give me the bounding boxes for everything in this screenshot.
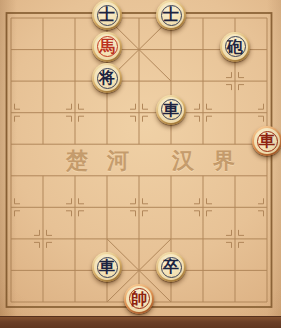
black-advisor-1-face: 士 — [94, 2, 120, 28]
piece-red-general[interactable]: 帥 — [124, 284, 154, 314]
black-soldier-face: 卒 — [158, 254, 184, 280]
red-general-glyph: 帥 — [131, 291, 147, 307]
red-horse-glyph: 馬 — [99, 39, 115, 55]
black-chariot-1-glyph: 車 — [163, 102, 179, 118]
black-chariot-1-face: 車 — [158, 97, 184, 123]
black-advisor-1-glyph: 士 — [99, 7, 115, 23]
river-label-chu-he: 楚河 — [66, 146, 148, 176]
piece-red-horse[interactable]: 馬 — [92, 32, 122, 62]
piece-black-advisor-1[interactable]: 士 — [92, 0, 122, 30]
black-chariot-2-glyph: 車 — [99, 259, 115, 275]
black-chariot-2-face: 車 — [94, 254, 120, 280]
river-label-han-jie: 汉界 — [172, 146, 254, 176]
piece-black-cannon[interactable]: 砲 — [220, 32, 250, 62]
piece-red-chariot[interactable]: 車 — [252, 126, 281, 156]
black-advisor-2-face: 士 — [158, 2, 184, 28]
black-soldier-glyph: 卒 — [163, 259, 179, 275]
black-cannon-glyph: 砲 — [227, 39, 243, 55]
black-general-face: 将 — [94, 65, 120, 91]
red-chariot-glyph: 車 — [259, 133, 275, 149]
piece-black-advisor-2[interactable]: 士 — [156, 0, 186, 30]
red-chariot-face: 車 — [254, 128, 280, 154]
piece-black-chariot-1[interactable]: 車 — [156, 95, 186, 125]
black-advisor-2-glyph: 士 — [163, 7, 179, 23]
red-horse-face: 馬 — [94, 34, 120, 60]
bottom-edge-bar — [0, 316, 281, 328]
black-general-glyph: 将 — [99, 70, 115, 86]
xiangqi-game-screen: 楚河 汉界 士士馬砲将車車車卒帥 — [0, 0, 281, 328]
piece-black-general[interactable]: 将 — [92, 63, 122, 93]
black-cannon-face: 砲 — [222, 34, 248, 60]
red-general-face: 帥 — [126, 286, 152, 312]
